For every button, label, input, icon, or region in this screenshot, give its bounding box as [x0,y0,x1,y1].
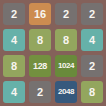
tile-r3c2-value-128: 128 [29,55,51,77]
tile-r2c1-value-4: 4 [3,29,25,51]
tile-r4c4-value-8: 8 [81,81,103,103]
tile-r4c3-value-2048: 2048 [55,81,77,103]
tile-r3c1-value-8: 8 [3,55,25,77]
tile-r1c1-value-2: 2 [3,3,25,25]
tile-r3c3-value-1024: 1024 [55,55,77,77]
tile-r2c2-value-8: 8 [29,29,51,51]
tile-r2c3-value-8: 8 [55,29,77,51]
tile-r1c2-value-16: 16 [29,3,51,25]
tile-r2c4-value-4: 4 [81,29,103,51]
tile-r1c4-value-2: 2 [81,3,103,25]
game-board-2048[interactable]: 2162248848128102424220488 [0,0,106,106]
tile-r4c1-value-4: 4 [3,81,25,103]
tile-r1c3-value-2: 2 [55,3,77,25]
tile-r3c4-value-2: 2 [81,55,103,77]
tile-r4c2-value-2: 2 [29,81,51,103]
